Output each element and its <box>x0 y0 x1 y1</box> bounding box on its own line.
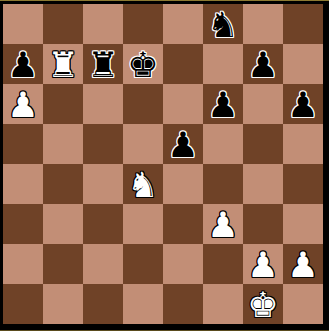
piece-black-knight-f8[interactable]: ♞ <box>203 4 243 44</box>
square-f4[interactable] <box>203 164 243 204</box>
square-a1[interactable] <box>3 284 43 324</box>
square-a6[interactable]: ♟ <box>3 84 43 124</box>
square-d8[interactable] <box>123 4 163 44</box>
piece-white-pawn-f3[interactable]: ♟ <box>203 204 243 244</box>
square-h5[interactable] <box>283 124 323 164</box>
square-f2[interactable] <box>203 244 243 284</box>
square-e1[interactable] <box>163 284 203 324</box>
square-e4[interactable] <box>163 164 203 204</box>
square-d4[interactable]: ♞ <box>123 164 163 204</box>
square-h2[interactable]: ♟ <box>283 244 323 284</box>
square-g1[interactable]: ♚ <box>243 284 283 324</box>
square-g4[interactable] <box>243 164 283 204</box>
square-h7[interactable] <box>283 44 323 84</box>
piece-white-king-g1[interactable]: ♚ <box>243 284 283 324</box>
square-g5[interactable] <box>243 124 283 164</box>
piece-white-knight-d4[interactable]: ♞ <box>123 164 163 204</box>
square-f6[interactable]: ♟ <box>203 84 243 124</box>
square-g8[interactable] <box>243 4 283 44</box>
square-e6[interactable] <box>163 84 203 124</box>
square-g3[interactable] <box>243 204 283 244</box>
square-d2[interactable] <box>123 244 163 284</box>
square-e7[interactable] <box>163 44 203 84</box>
piece-black-king-d7[interactable]: ♚ <box>123 44 163 84</box>
board-edge-line-top <box>0 0 329 1</box>
piece-white-pawn-h2[interactable]: ♟ <box>283 244 323 284</box>
piece-black-pawn-g7[interactable]: ♟ <box>243 44 283 84</box>
square-e3[interactable] <box>163 204 203 244</box>
piece-white-pawn-a6[interactable]: ♟ <box>3 84 43 124</box>
square-d6[interactable] <box>123 84 163 124</box>
square-h6[interactable]: ♟ <box>283 84 323 124</box>
piece-black-rook-c7[interactable]: ♜ <box>83 44 123 84</box>
piece-black-pawn-e5[interactable]: ♟ <box>163 124 203 164</box>
square-a2[interactable] <box>3 244 43 284</box>
piece-black-pawn-h6[interactable]: ♟ <box>283 84 323 124</box>
square-c1[interactable] <box>83 284 123 324</box>
square-e8[interactable] <box>163 4 203 44</box>
square-f7[interactable] <box>203 44 243 84</box>
square-b8[interactable] <box>43 4 83 44</box>
square-c7[interactable]: ♜ <box>83 44 123 84</box>
square-g7[interactable]: ♟ <box>243 44 283 84</box>
square-d5[interactable] <box>123 124 163 164</box>
square-d3[interactable] <box>123 204 163 244</box>
square-b7[interactable]: ♜ <box>43 44 83 84</box>
piece-white-pawn-g2[interactable]: ♟ <box>243 244 283 284</box>
square-h3[interactable] <box>283 204 323 244</box>
square-b1[interactable] <box>43 284 83 324</box>
square-f5[interactable] <box>203 124 243 164</box>
chess-board: ♞♟♜♜♚♟♟♟♟♟♞♟♟♟♚ <box>3 4 323 324</box>
square-g2[interactable]: ♟ <box>243 244 283 284</box>
square-g6[interactable] <box>243 84 283 124</box>
square-h1[interactable] <box>283 284 323 324</box>
square-d1[interactable] <box>123 284 163 324</box>
square-c2[interactable] <box>83 244 123 284</box>
square-c8[interactable] <box>83 4 123 44</box>
square-b3[interactable] <box>43 204 83 244</box>
square-h4[interactable] <box>283 164 323 204</box>
square-b4[interactable] <box>43 164 83 204</box>
square-c4[interactable] <box>83 164 123 204</box>
square-f3[interactable]: ♟ <box>203 204 243 244</box>
square-a4[interactable] <box>3 164 43 204</box>
square-f8[interactable]: ♞ <box>203 4 243 44</box>
square-c6[interactable] <box>83 84 123 124</box>
square-e2[interactable] <box>163 244 203 284</box>
square-b6[interactable] <box>43 84 83 124</box>
square-a8[interactable] <box>3 4 43 44</box>
square-c3[interactable] <box>83 204 123 244</box>
piece-black-pawn-f6[interactable]: ♟ <box>203 84 243 124</box>
square-e5[interactable]: ♟ <box>163 124 203 164</box>
piece-black-pawn-a7[interactable]: ♟ <box>3 44 43 84</box>
square-a3[interactable] <box>3 204 43 244</box>
square-a7[interactable]: ♟ <box>3 44 43 84</box>
square-b5[interactable] <box>43 124 83 164</box>
square-c5[interactable] <box>83 124 123 164</box>
square-b2[interactable] <box>43 244 83 284</box>
square-f1[interactable] <box>203 284 243 324</box>
square-h8[interactable] <box>283 4 323 44</box>
square-a5[interactable] <box>3 124 43 164</box>
square-d7[interactable]: ♚ <box>123 44 163 84</box>
chess-board-frame: ♞♟♜♜♚♟♟♟♟♟♞♟♟♟♚ <box>0 0 329 331</box>
piece-white-rook-b7[interactable]: ♜ <box>43 44 83 84</box>
